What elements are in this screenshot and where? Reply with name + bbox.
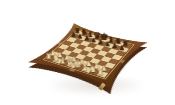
square-h1: ♜ [97, 71, 109, 78]
black-pawn: ♟ [115, 45, 129, 51]
board-grid: ♜♞♝♛♚♝♞♜♟♟♟♟♟♟♟♟♟♟♟♟♟♟♟♟♜♞♝♛♚♝♞♜ [45, 30, 132, 77]
chess-board: ♜♞♝♛♚♝♞♜♟♟♟♟♟♟♟♟♟♟♟♟♟♟♟♟♜♞♝♛♚♝♞♜ [28, 23, 147, 89]
square-h7: ♟ [119, 47, 129, 53]
white-rook: ♜ [93, 68, 108, 76]
chess-set-photo: ♜♞♝♛♚♝♞♜♟♟♟♟♟♟♟♟♟♟♟♟♟♟♟♟♜♞♝♛♚♝♞♜ [0, 0, 175, 105]
